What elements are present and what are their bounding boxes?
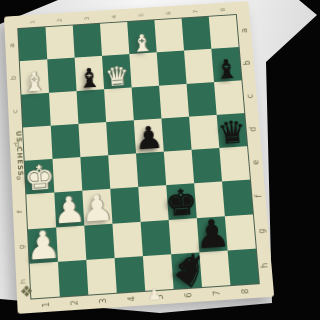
square-f5 bbox=[138, 185, 168, 221]
square-c2 bbox=[49, 91, 78, 126]
file-label-right-c: c bbox=[232, 89, 267, 103]
square-g6 bbox=[169, 218, 200, 254]
rank-label-top-4: 4 bbox=[107, 3, 119, 30]
rank-label-bottom-1: 1 bbox=[39, 290, 53, 320]
square-b7 bbox=[184, 49, 214, 83]
piece-white-pawn-f3: ♟ bbox=[80, 189, 115, 227]
file-label-left-g: g bbox=[4, 239, 39, 253]
rank-label-top-5: 5 bbox=[134, 2, 146, 29]
square-f6: ♚ bbox=[166, 184, 197, 220]
square-e7 bbox=[192, 148, 222, 184]
square-g2 bbox=[56, 225, 86, 261]
square-f3: ♟ bbox=[82, 189, 112, 225]
brand-knot-logo-icon: ❖ bbox=[19, 282, 34, 301]
square-g3 bbox=[84, 223, 114, 259]
file-label-right-e: e bbox=[238, 155, 273, 169]
square-f7 bbox=[194, 182, 225, 218]
square-b4: ♛ bbox=[102, 54, 132, 88]
square-f2: ♟ bbox=[54, 191, 84, 227]
rank-label-bottom-2: 2 bbox=[68, 288, 82, 318]
square-g4 bbox=[112, 221, 142, 257]
board-grid: ♝♝♝♛♝♟♛♚♟♟♚♟♟♞ bbox=[18, 15, 259, 298]
square-g7: ♟ bbox=[197, 216, 228, 252]
square-b3: ♝ bbox=[75, 56, 104, 90]
square-d7 bbox=[189, 115, 219, 150]
square-d5: ♟ bbox=[134, 118, 164, 153]
rank-label-top-7: 7 bbox=[188, 0, 201, 25]
chess-board: 12345678 abcdefgh abcdefgh 12345678 US C… bbox=[4, 1, 274, 314]
square-b5 bbox=[129, 53, 159, 87]
square-e2 bbox=[53, 157, 83, 193]
file-label-right-f: f bbox=[241, 189, 276, 203]
square-g5 bbox=[141, 220, 172, 256]
rank-label-top-1: 1 bbox=[26, 9, 38, 36]
rank-label-top-2: 2 bbox=[53, 7, 65, 34]
square-d2 bbox=[51, 124, 81, 159]
rank-label-bottom-7: 7 bbox=[210, 279, 224, 309]
offboard-white-pawn: ♟ bbox=[147, 285, 162, 304]
square-e4 bbox=[108, 153, 138, 189]
square-c6 bbox=[159, 83, 189, 118]
rank-label-bottom-4: 4 bbox=[124, 284, 138, 314]
piece-black-pawn-d5: ♟ bbox=[134, 123, 164, 156]
file-label-left-a: a bbox=[0, 39, 29, 53]
rank-label-top-6: 6 bbox=[161, 0, 174, 27]
square-e6 bbox=[164, 150, 194, 186]
file-label-right-h: h bbox=[247, 258, 283, 273]
rank-label-bottom-3: 3 bbox=[96, 286, 110, 316]
square-e3 bbox=[80, 155, 110, 191]
square-b6 bbox=[157, 51, 187, 85]
square-f4 bbox=[110, 187, 140, 223]
rank-label-bottom-6: 6 bbox=[181, 280, 195, 310]
square-c3 bbox=[77, 89, 107, 124]
square-d6 bbox=[161, 116, 191, 151]
square-b2 bbox=[47, 58, 76, 93]
square-c5 bbox=[132, 85, 162, 120]
rank-label-top-8: 8 bbox=[215, 0, 228, 23]
piece-white-pawn-f2: ♟ bbox=[52, 191, 86, 229]
rank-label-top-3: 3 bbox=[80, 5, 92, 32]
file-label-right-d: d bbox=[235, 122, 270, 136]
file-label-right-a: a bbox=[227, 24, 261, 37]
photo-canvas: 12345678 abcdefgh abcdefgh 12345678 US C… bbox=[0, 0, 320, 320]
square-c4 bbox=[104, 87, 134, 122]
file-label-right-g: g bbox=[244, 223, 279, 237]
square-e5 bbox=[136, 152, 166, 188]
rank-label-bottom-8: 8 bbox=[238, 277, 253, 307]
square-d4 bbox=[106, 120, 136, 155]
square-c7 bbox=[187, 82, 217, 117]
square-d3 bbox=[78, 122, 108, 157]
